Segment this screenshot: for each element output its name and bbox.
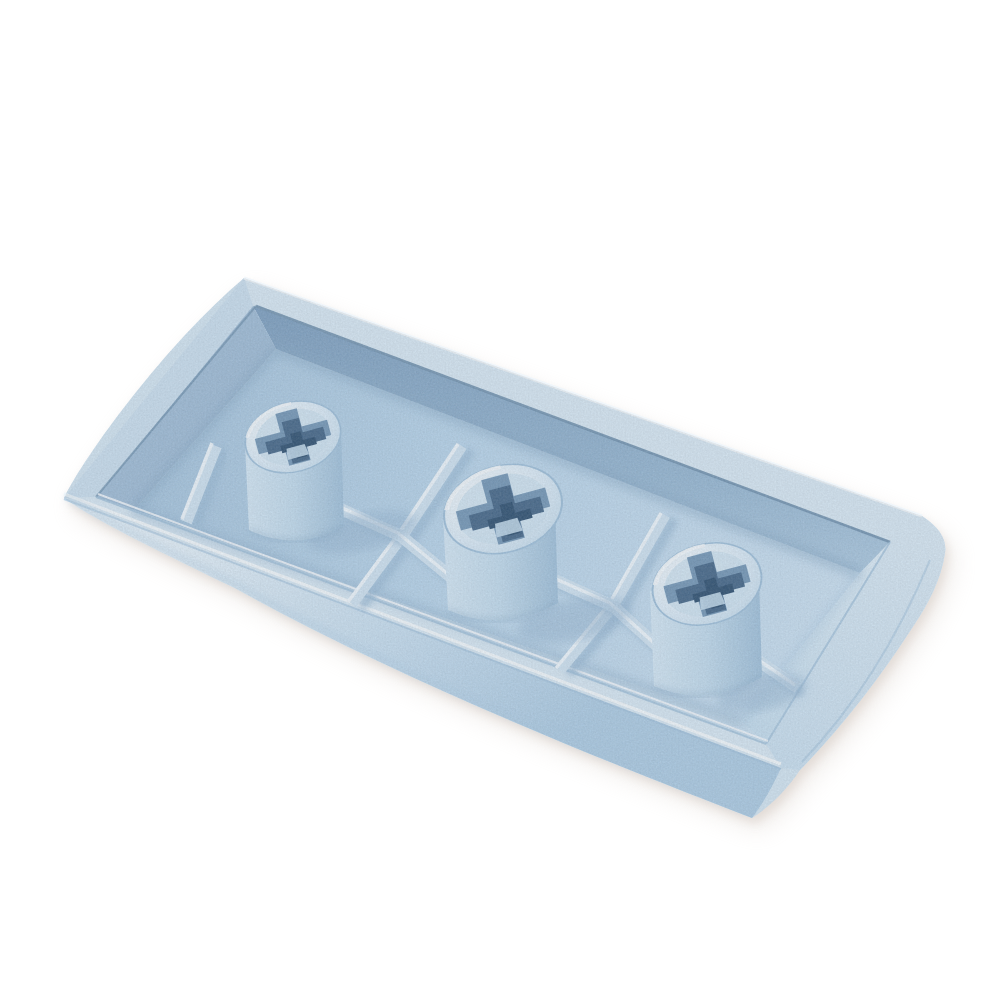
product-photo [0,0,1000,1000]
keycap-photo-svg [0,0,1000,1000]
